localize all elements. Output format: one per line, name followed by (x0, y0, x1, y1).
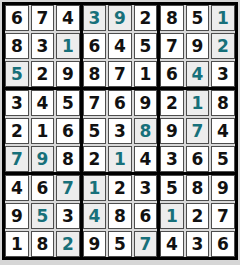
cell-r6c1[interactable]: 7 (5, 146, 29, 172)
box-7: 467953182 (5, 175, 80, 257)
cell-r7c1[interactable]: 4 (5, 175, 29, 201)
cell-r1c4[interactable]: 3 (83, 5, 107, 31)
cell-r1c1[interactable]: 6 (5, 5, 29, 31)
box-6: 218974365 (160, 90, 235, 172)
cell-r4c8[interactable]: 1 (186, 90, 210, 116)
cell-r1c8[interactable]: 5 (186, 5, 210, 31)
cell-r2c7[interactable]: 7 (160, 33, 184, 59)
cell-r4c3[interactable]: 5 (56, 90, 80, 116)
cell-r3c9[interactable]: 3 (211, 61, 235, 87)
cell-r3c4[interactable]: 8 (83, 61, 107, 87)
cell-r4c1[interactable]: 3 (5, 90, 29, 116)
cell-r3c7[interactable]: 6 (160, 61, 184, 87)
cell-r5c5[interactable]: 3 (108, 118, 132, 144)
cell-r4c9[interactable]: 8 (211, 90, 235, 116)
cell-r3c8[interactable]: 4 (186, 61, 210, 87)
cell-r7c8[interactable]: 8 (186, 175, 210, 201)
cell-r2c8[interactable]: 9 (186, 33, 210, 59)
cell-r7c2[interactable]: 6 (31, 175, 55, 201)
cell-r9c1[interactable]: 1 (5, 231, 29, 257)
cell-r8c7[interactable]: 1 (160, 203, 184, 229)
cell-r4c4[interactable]: 7 (83, 90, 107, 116)
cell-r8c5[interactable]: 8 (108, 203, 132, 229)
cell-r6c2[interactable]: 9 (31, 146, 55, 172)
cell-r9c5[interactable]: 5 (108, 231, 132, 257)
cell-r5c2[interactable]: 1 (31, 118, 55, 144)
cell-r9c2[interactable]: 8 (31, 231, 55, 257)
cell-r6c7[interactable]: 3 (160, 146, 184, 172)
cell-r5c9[interactable]: 4 (211, 118, 235, 144)
box-4: 345216798 (5, 90, 80, 172)
cell-r2c4[interactable]: 6 (83, 33, 107, 59)
cell-r7c4[interactable]: 1 (83, 175, 107, 201)
cell-r5c8[interactable]: 7 (186, 118, 210, 144)
cell-r3c5[interactable]: 7 (108, 61, 132, 87)
box-9: 589127436 (160, 175, 235, 257)
cell-r7c9[interactable]: 9 (211, 175, 235, 201)
cell-r3c3[interactable]: 9 (56, 61, 80, 87)
cell-r8c4[interactable]: 4 (83, 203, 107, 229)
cell-r2c1[interactable]: 8 (5, 33, 29, 59)
cell-r5c4[interactable]: 5 (83, 118, 107, 144)
cell-r3c6[interactable]: 1 (134, 61, 158, 87)
cell-r5c1[interactable]: 2 (5, 118, 29, 144)
cell-r2c3[interactable]: 1 (56, 33, 80, 59)
box-3: 851792643 (160, 5, 235, 87)
cell-r8c9[interactable]: 7 (211, 203, 235, 229)
box-8: 123486957 (83, 175, 158, 257)
cell-r9c4[interactable]: 9 (83, 231, 107, 257)
cell-r7c7[interactable]: 5 (160, 175, 184, 201)
cell-r9c7[interactable]: 4 (160, 231, 184, 257)
cell-r4c6[interactable]: 9 (134, 90, 158, 116)
cell-r6c3[interactable]: 8 (56, 146, 80, 172)
cell-r8c3[interactable]: 3 (56, 203, 80, 229)
cell-r9c9[interactable]: 6 (211, 231, 235, 257)
cell-r9c8[interactable]: 3 (186, 231, 210, 257)
cell-r2c2[interactable]: 3 (31, 33, 55, 59)
cell-r9c3[interactable]: 2 (56, 231, 80, 257)
cell-r1c3[interactable]: 4 (56, 5, 80, 31)
cell-r8c8[interactable]: 2 (186, 203, 210, 229)
cell-r5c7[interactable]: 9 (160, 118, 184, 144)
cell-r6c5[interactable]: 1 (108, 146, 132, 172)
cell-r4c5[interactable]: 6 (108, 90, 132, 116)
cell-r4c2[interactable]: 4 (31, 90, 55, 116)
cell-r8c6[interactable]: 6 (134, 203, 158, 229)
cell-r4c7[interactable]: 2 (160, 90, 184, 116)
cell-r1c7[interactable]: 8 (160, 5, 184, 31)
cell-r9c6[interactable]: 7 (134, 231, 158, 257)
cell-r6c8[interactable]: 6 (186, 146, 210, 172)
cell-r6c4[interactable]: 2 (83, 146, 107, 172)
box-1: 674831529 (5, 5, 80, 87)
cell-r2c9[interactable]: 2 (211, 33, 235, 59)
box-2: 392645871 (83, 5, 158, 87)
cell-r7c3[interactable]: 7 (56, 175, 80, 201)
board-wrap: 6748315293926458718517926433452167987695… (0, 0, 240, 260)
cell-r3c1[interactable]: 5 (5, 61, 29, 87)
cell-r7c6[interactable]: 3 (134, 175, 158, 201)
box-5: 769538214 (83, 90, 158, 172)
cell-r8c1[interactable]: 9 (5, 203, 29, 229)
cell-r1c6[interactable]: 2 (134, 5, 158, 31)
cell-r6c6[interactable]: 4 (134, 146, 158, 172)
cell-r8c2[interactable]: 5 (31, 203, 55, 229)
cell-r2c6[interactable]: 5 (134, 33, 158, 59)
cell-r1c5[interactable]: 9 (108, 5, 132, 31)
cell-r7c5[interactable]: 2 (108, 175, 132, 201)
cell-r6c9[interactable]: 5 (211, 146, 235, 172)
sudoku-board: 6748315293926458718517926433452167987695… (2, 2, 238, 260)
cell-r5c6[interactable]: 8 (134, 118, 158, 144)
cell-r3c2[interactable]: 2 (31, 61, 55, 87)
cell-r5c3[interactable]: 6 (56, 118, 80, 144)
cell-r1c2[interactable]: 7 (31, 5, 55, 31)
cell-r2c5[interactable]: 4 (108, 33, 132, 59)
cell-r1c9[interactable]: 1 (211, 5, 235, 31)
